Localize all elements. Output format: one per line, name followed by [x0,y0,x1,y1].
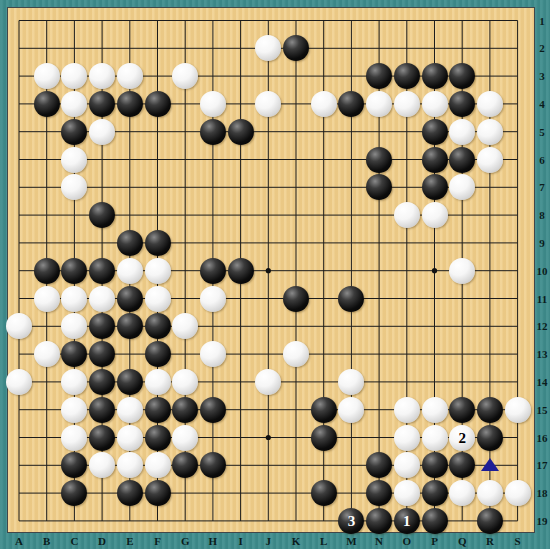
row-label-18: 18 [534,487,550,499]
white-stone-O8[interactable] [394,202,420,228]
row-label-1: 1 [534,15,550,27]
black-stone-D14[interactable] [89,369,115,395]
column-label-L: L [314,535,334,547]
row-label-10: 10 [534,265,550,277]
black-stone-H10[interactable] [200,258,226,284]
white-stone-G16[interactable] [172,425,198,451]
white-stone-E16[interactable] [117,425,143,451]
white-stone-D5[interactable] [89,119,115,145]
white-stone-G14[interactable] [172,369,198,395]
white-stone-R4[interactable] [477,91,503,117]
white-stone-B11[interactable] [34,286,60,312]
black-stone-F16[interactable] [145,425,171,451]
white-stone-R18[interactable] [477,480,503,506]
white-stone-P15[interactable] [422,397,448,423]
black-stone-D16[interactable] [89,425,115,451]
column-label-I: I [231,535,251,547]
column-label-M: M [341,535,361,547]
black-stone-O19[interactable] [394,508,420,534]
column-label-O: O [397,535,417,547]
triangle-mark [481,458,499,471]
column-label-S: S [508,535,528,547]
star-point [432,268,437,273]
black-stone-D13[interactable] [89,341,115,367]
white-stone-O17[interactable] [394,452,420,478]
column-label-D: D [92,535,112,547]
black-stone-G15[interactable] [172,397,198,423]
white-stone-C11[interactable] [61,286,87,312]
black-stone-E18[interactable] [117,480,143,506]
go-app-window: 123 ABCDEFGHIJKLMNOPQRS 1234567891011121… [0,0,550,549]
black-stone-F13[interactable] [145,341,171,367]
white-stone-H13[interactable] [200,341,226,367]
white-stone-B3[interactable] [34,63,60,89]
black-stone-E9[interactable] [117,230,143,256]
white-stone-D3[interactable] [89,63,115,89]
black-stone-P5[interactable] [422,119,448,145]
black-stone-N18[interactable] [366,480,392,506]
black-stone-Q4[interactable] [449,91,475,117]
white-stone-P16[interactable] [422,425,448,451]
black-stone-F15[interactable] [145,397,171,423]
white-stone-Q5[interactable] [449,119,475,145]
row-label-9: 9 [534,237,550,249]
black-stone-P19[interactable] [422,508,448,534]
white-stone-O4[interactable] [394,91,420,117]
white-stone-H4[interactable] [200,91,226,117]
white-stone-P4[interactable] [422,91,448,117]
column-label-P: P [425,535,445,547]
column-label-R: R [480,535,500,547]
black-stone-C5[interactable] [61,119,87,145]
white-stone-F10[interactable] [145,258,171,284]
black-stone-P17[interactable] [422,452,448,478]
black-stone-F18[interactable] [145,480,171,506]
black-stone-P3[interactable] [422,63,448,89]
black-stone-P7[interactable] [422,174,448,200]
black-stone-B4[interactable] [34,91,60,117]
black-stone-L18[interactable] [311,480,337,506]
black-stone-H5[interactable] [200,119,226,145]
column-label-E: E [120,535,140,547]
white-stone-O15[interactable] [394,397,420,423]
black-stone-K11[interactable] [283,286,309,312]
black-stone-F12[interactable] [145,313,171,339]
black-stone-B10[interactable] [34,258,60,284]
black-stone-H15[interactable] [200,397,226,423]
row-label-12: 12 [534,320,550,332]
black-stone-R16[interactable] [477,425,503,451]
white-stone-R5[interactable] [477,119,503,145]
white-stone-E3[interactable] [117,63,143,89]
white-stone-E10[interactable] [117,258,143,284]
white-stone-J4[interactable] [255,91,281,117]
white-stone-S18[interactable] [505,480,531,506]
black-stone-Q6[interactable] [449,147,475,173]
column-label-J: J [258,535,278,547]
white-stone-M15[interactable] [338,397,364,423]
white-stone-P8[interactable] [422,202,448,228]
row-label-2: 2 [534,42,550,54]
white-stone-C6[interactable] [61,147,87,173]
row-label-13: 13 [534,348,550,360]
white-stone-S15[interactable] [505,397,531,423]
column-label-K: K [286,535,306,547]
black-stone-I10[interactable] [228,258,254,284]
white-stone-C15[interactable] [61,397,87,423]
black-stone-D10[interactable] [89,258,115,284]
row-label-5: 5 [534,126,550,138]
row-label-15: 15 [534,404,550,416]
black-stone-P18[interactable] [422,480,448,506]
white-stone-Q10[interactable] [449,258,475,284]
white-stone-K13[interactable] [283,341,309,367]
black-stone-R15[interactable] [477,397,503,423]
row-label-14: 14 [534,376,550,388]
row-label-11: 11 [534,293,550,305]
column-label-B: B [37,535,57,547]
white-stone-L4[interactable] [311,91,337,117]
star-point [266,435,271,440]
black-stone-F9[interactable] [145,230,171,256]
white-stone-C16[interactable] [61,425,87,451]
row-label-19: 19 [534,515,550,527]
column-label-Q: Q [452,535,472,547]
black-stone-E14[interactable] [117,369,143,395]
black-stone-D8[interactable] [89,202,115,228]
white-stone-B13[interactable] [34,341,60,367]
black-stone-E4[interactable] [117,91,143,117]
column-label-F: F [148,535,168,547]
black-stone-N3[interactable] [366,63,392,89]
white-stone-D11[interactable] [89,286,115,312]
black-stone-M11[interactable] [338,286,364,312]
black-stone-L16[interactable] [311,425,337,451]
black-stone-H17[interactable] [200,452,226,478]
column-label-C: C [64,535,84,547]
white-stone-Q16[interactable] [449,425,475,451]
white-stone-A14[interactable] [6,369,32,395]
column-label-A: A [9,535,29,547]
row-label-6: 6 [534,154,550,166]
white-stone-F17[interactable] [145,452,171,478]
white-stone-O16[interactable] [394,425,420,451]
row-label-8: 8 [534,209,550,221]
white-stone-R6[interactable] [477,147,503,173]
white-stone-J14[interactable] [255,369,281,395]
black-stone-D15[interactable] [89,397,115,423]
column-label-G: G [175,535,195,547]
white-stone-E15[interactable] [117,397,143,423]
white-stone-O18[interactable] [394,480,420,506]
black-stone-C10[interactable] [61,258,87,284]
black-stone-I5[interactable] [228,119,254,145]
row-label-17: 17 [534,459,550,471]
row-label-7: 7 [534,181,550,193]
black-stone-R19[interactable] [477,508,503,534]
black-stone-D4[interactable] [89,91,115,117]
black-stone-E11[interactable] [117,286,143,312]
black-stone-P6[interactable] [422,147,448,173]
white-stone-F14[interactable] [145,369,171,395]
column-label-N: N [369,535,389,547]
white-stone-E17[interactable] [117,452,143,478]
star-point [266,268,271,273]
white-stone-H11[interactable] [200,286,226,312]
white-stone-F11[interactable] [145,286,171,312]
black-stone-N6[interactable] [366,147,392,173]
black-stone-O3[interactable] [394,63,420,89]
row-label-3: 3 [534,70,550,82]
black-stone-E12[interactable] [117,313,143,339]
black-stone-F4[interactable] [145,91,171,117]
black-stone-Q15[interactable] [449,397,475,423]
black-stone-L15[interactable] [311,397,337,423]
white-stone-N4[interactable] [366,91,392,117]
black-stone-N19[interactable] [366,508,392,534]
row-label-16: 16 [534,432,550,444]
column-label-H: H [203,535,223,547]
row-label-4: 4 [534,98,550,110]
